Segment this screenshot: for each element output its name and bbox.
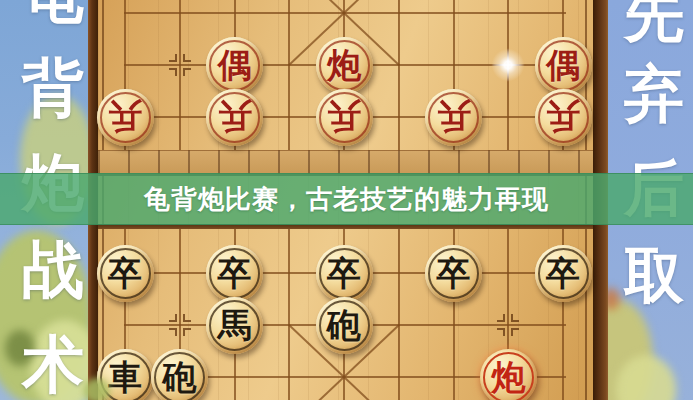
piece-black-卒[interactable]: 卒	[535, 245, 592, 302]
leaf-blob	[84, 378, 110, 400]
point-marker	[169, 314, 191, 336]
headline-banner: 龟背炮比赛，古老技艺的魅力再现	[0, 173, 693, 225]
piece-ring: 砲	[154, 352, 205, 400]
piece-black-卒[interactable]: 卒	[425, 245, 482, 302]
piece-glyph: 兵	[218, 100, 252, 134]
piece-glyph: 兵	[327, 100, 361, 134]
piece-ring: 兵	[319, 92, 370, 143]
piece-glyph: 兵	[108, 100, 142, 134]
piece-ring: 偶	[538, 40, 589, 91]
piece-black-卒[interactable]: 卒	[97, 245, 154, 302]
piece-red-兵[interactable]: 兵	[535, 89, 592, 146]
piece-ring: 炮	[483, 352, 534, 400]
piece-black-卒[interactable]: 卒	[316, 245, 373, 302]
piece-ring: 卒	[100, 248, 151, 299]
move-sparkle-effect	[491, 48, 525, 82]
piece-ring: 卒	[538, 248, 589, 299]
piece-ring: 偶	[209, 40, 260, 91]
piece-glyph: 偶	[218, 48, 252, 82]
piece-black-馬[interactable]: 馬	[206, 297, 263, 354]
piece-ring: 兵	[100, 92, 151, 143]
piece-glyph: 卒	[546, 256, 580, 290]
headline-text: 龟背炮比赛，古老技艺的魅力再现	[144, 182, 549, 217]
piece-glyph: 兵	[437, 100, 471, 134]
piece-red-偶[interactable]: 偶	[206, 37, 263, 94]
piece-glyph: 卒	[437, 256, 471, 290]
piece-ring: 炮	[319, 40, 370, 91]
piece-ring: 卒	[428, 248, 479, 299]
piece-red-兵[interactable]: 兵	[425, 89, 482, 146]
piece-ring: 卒	[209, 248, 260, 299]
piece-glyph: 炮	[491, 360, 525, 394]
piece-glyph: 砲	[163, 360, 197, 394]
piece-red-炮[interactable]: 炮	[480, 349, 537, 400]
point-marker	[169, 54, 191, 76]
piece-ring: 馬	[209, 300, 260, 351]
piece-glyph: 卒	[327, 256, 361, 290]
piece-black-砲[interactable]: 砲	[316, 297, 373, 354]
piece-ring: 兵	[209, 92, 260, 143]
piece-red-兵[interactable]: 兵	[316, 89, 373, 146]
piece-glyph: 兵	[546, 100, 580, 134]
piece-glyph: 車	[108, 360, 142, 394]
piece-black-砲[interactable]: 砲	[151, 349, 208, 400]
piece-ring: 卒	[319, 248, 370, 299]
piece-glyph: 卒	[108, 256, 142, 290]
piece-glyph: 炮	[327, 48, 361, 82]
piece-black-卒[interactable]: 卒	[206, 245, 263, 302]
piece-ring: 兵	[428, 92, 479, 143]
piece-ring: 砲	[319, 300, 370, 351]
piece-red-兵[interactable]: 兵	[206, 89, 263, 146]
piece-glyph: 卒	[218, 256, 252, 290]
xiangqi-thumbnail-page: { "banner": { "title": "龟背炮比赛，古老技艺的魅力再现"…	[0, 0, 693, 400]
piece-red-偶[interactable]: 偶	[535, 37, 592, 94]
piece-glyph: 馬	[218, 308, 252, 342]
piece-red-兵[interactable]: 兵	[97, 89, 154, 146]
piece-ring: 兵	[538, 92, 589, 143]
piece-glyph: 偶	[546, 48, 580, 82]
point-marker	[497, 314, 519, 336]
piece-red-炮[interactable]: 炮	[316, 37, 373, 94]
piece-glyph: 砲	[327, 308, 361, 342]
